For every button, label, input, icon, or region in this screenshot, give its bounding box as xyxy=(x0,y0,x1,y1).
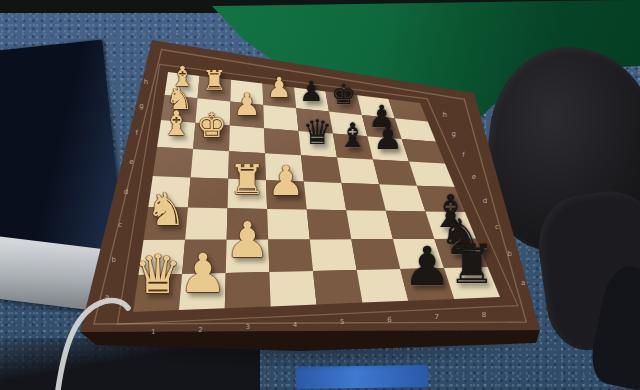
coord-bottom-5: 5 xyxy=(340,318,344,326)
coord-left-h: h xyxy=(144,78,148,86)
coord-left-g: g xyxy=(139,102,143,110)
coord-right-h: h xyxy=(442,111,446,119)
coord-bottom-6: 6 xyxy=(387,316,392,324)
coord-bottom-3: 3 xyxy=(246,323,250,331)
coord-right-b: b xyxy=(507,250,512,258)
coord-right-a: a xyxy=(521,279,525,287)
coord-left-c: c xyxy=(118,221,122,229)
coord-left-e: e xyxy=(129,158,133,166)
coord-left-b: b xyxy=(112,256,117,264)
coord-bottom-1: 1 xyxy=(151,328,155,336)
board-side-edge xyxy=(80,330,540,351)
coord-right-d: d xyxy=(483,197,487,205)
coord-bottom-4: 4 xyxy=(293,321,298,329)
photo-scene: 12345678hgfedcbahgfedcba ♚♟♟♜♝♟♟♞♟♝♛♚♝♟♜… xyxy=(0,0,640,390)
coord-bottom-7: 7 xyxy=(435,313,439,321)
coord-right-g: g xyxy=(451,130,455,138)
coord-right-c: c xyxy=(495,223,499,231)
coord-bottom-2: 2 xyxy=(198,326,202,334)
coord-bottom-8: 8 xyxy=(482,311,486,319)
coord-right-e: e xyxy=(472,173,476,181)
chess-board: 12345678hgfedcbahgfedcba xyxy=(0,0,640,390)
coord-left-d: d xyxy=(124,188,128,196)
